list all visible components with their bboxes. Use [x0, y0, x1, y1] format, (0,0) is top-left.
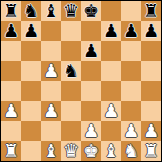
square-a8[interactable]: ♜ — [1, 1, 21, 21]
chess-board: ♜♞♝♛♚♜♟♟♟♟♟♟♟♞♟♟♟♟♟♟♜♝♛♚♝♞♜ — [0, 0, 162, 162]
square-f5[interactable] — [101, 61, 121, 81]
square-b5[interactable] — [21, 61, 41, 81]
square-a7[interactable]: ♟ — [1, 21, 21, 41]
black-pawn-piece: ♟ — [143, 21, 159, 41]
white-knight-piece: ♞ — [123, 141, 139, 161]
white-king-piece: ♚ — [83, 141, 99, 161]
square-d6[interactable] — [61, 41, 81, 61]
white-pawn-piece: ♟ — [103, 101, 119, 121]
square-g1[interactable]: ♞ — [121, 141, 141, 161]
square-g7[interactable]: ♟ — [121, 21, 141, 41]
square-c1[interactable]: ♝ — [41, 141, 61, 161]
square-h8[interactable]: ♜ — [141, 1, 161, 21]
square-g3[interactable] — [121, 101, 141, 121]
black-knight-piece: ♞ — [23, 1, 39, 21]
square-a5[interactable] — [1, 61, 21, 81]
square-h5[interactable] — [141, 61, 161, 81]
square-f2[interactable] — [101, 121, 121, 141]
white-pawn-piece: ♟ — [123, 121, 139, 141]
black-king-piece: ♚ — [83, 1, 99, 21]
square-b6[interactable] — [21, 41, 41, 61]
square-b1[interactable] — [21, 141, 41, 161]
black-rook-piece: ♜ — [143, 1, 159, 21]
square-e5[interactable] — [81, 61, 101, 81]
square-d3[interactable] — [61, 101, 81, 121]
square-f7[interactable]: ♟ — [101, 21, 121, 41]
square-b8[interactable]: ♞ — [21, 1, 41, 21]
square-b4[interactable] — [21, 81, 41, 101]
square-e6[interactable]: ♟ — [81, 41, 101, 61]
white-pawn-piece: ♟ — [143, 121, 159, 141]
square-a1[interactable]: ♜ — [1, 141, 21, 161]
square-a2[interactable] — [1, 121, 21, 141]
square-f6[interactable] — [101, 41, 121, 61]
black-pawn-piece: ♟ — [103, 21, 119, 41]
square-c5[interactable]: ♟ — [41, 61, 61, 81]
square-f8[interactable] — [101, 1, 121, 21]
square-f1[interactable]: ♝ — [101, 141, 121, 161]
square-e2[interactable]: ♟ — [81, 121, 101, 141]
square-a4[interactable] — [1, 81, 21, 101]
white-rook-piece: ♜ — [3, 141, 19, 161]
square-b7[interactable]: ♟ — [21, 21, 41, 41]
white-rook-piece: ♜ — [143, 141, 159, 161]
square-g8[interactable] — [121, 1, 141, 21]
square-c2[interactable] — [41, 121, 61, 141]
square-c3[interactable]: ♟ — [41, 101, 61, 121]
square-d1[interactable]: ♛ — [61, 141, 81, 161]
square-f4[interactable] — [101, 81, 121, 101]
square-g2[interactable]: ♟ — [121, 121, 141, 141]
square-e1[interactable]: ♚ — [81, 141, 101, 161]
white-pawn-piece: ♟ — [83, 121, 99, 141]
white-pawn-piece: ♟ — [43, 61, 59, 81]
square-d7[interactable] — [61, 21, 81, 41]
square-h2[interactable]: ♟ — [141, 121, 161, 141]
square-d2[interactable] — [61, 121, 81, 141]
white-queen-piece: ♛ — [63, 141, 79, 161]
square-a3[interactable]: ♟ — [1, 101, 21, 121]
black-knight-piece: ♞ — [63, 61, 79, 81]
square-d8[interactable]: ♛ — [61, 1, 81, 21]
white-pawn-piece: ♟ — [3, 101, 19, 121]
square-e3[interactable] — [81, 101, 101, 121]
square-f3[interactable]: ♟ — [101, 101, 121, 121]
white-pawn-piece: ♟ — [43, 101, 59, 121]
square-e8[interactable]: ♚ — [81, 1, 101, 21]
square-b3[interactable] — [21, 101, 41, 121]
square-g5[interactable] — [121, 61, 141, 81]
square-e4[interactable] — [81, 81, 101, 101]
square-h7[interactable]: ♟ — [141, 21, 161, 41]
square-d4[interactable] — [61, 81, 81, 101]
square-a6[interactable] — [1, 41, 21, 61]
square-c7[interactable] — [41, 21, 61, 41]
square-c4[interactable] — [41, 81, 61, 101]
square-g6[interactable] — [121, 41, 141, 61]
square-h4[interactable] — [141, 81, 161, 101]
black-pawn-piece: ♟ — [23, 21, 39, 41]
square-g4[interactable] — [121, 81, 141, 101]
black-pawn-piece: ♟ — [83, 41, 99, 61]
black-pawn-piece: ♟ — [3, 21, 19, 41]
square-h6[interactable] — [141, 41, 161, 61]
square-h1[interactable]: ♜ — [141, 141, 161, 161]
white-bishop-piece: ♝ — [103, 141, 119, 161]
square-d5[interactable]: ♞ — [61, 61, 81, 81]
square-c8[interactable]: ♝ — [41, 1, 61, 21]
square-h3[interactable] — [141, 101, 161, 121]
square-b2[interactable] — [21, 121, 41, 141]
black-rook-piece: ♜ — [3, 1, 19, 21]
black-queen-piece: ♛ — [63, 1, 79, 21]
black-pawn-piece: ♟ — [123, 21, 139, 41]
square-e7[interactable] — [81, 21, 101, 41]
black-bishop-piece: ♝ — [43, 1, 59, 21]
white-bishop-piece: ♝ — [43, 141, 59, 161]
square-c6[interactable] — [41, 41, 61, 61]
